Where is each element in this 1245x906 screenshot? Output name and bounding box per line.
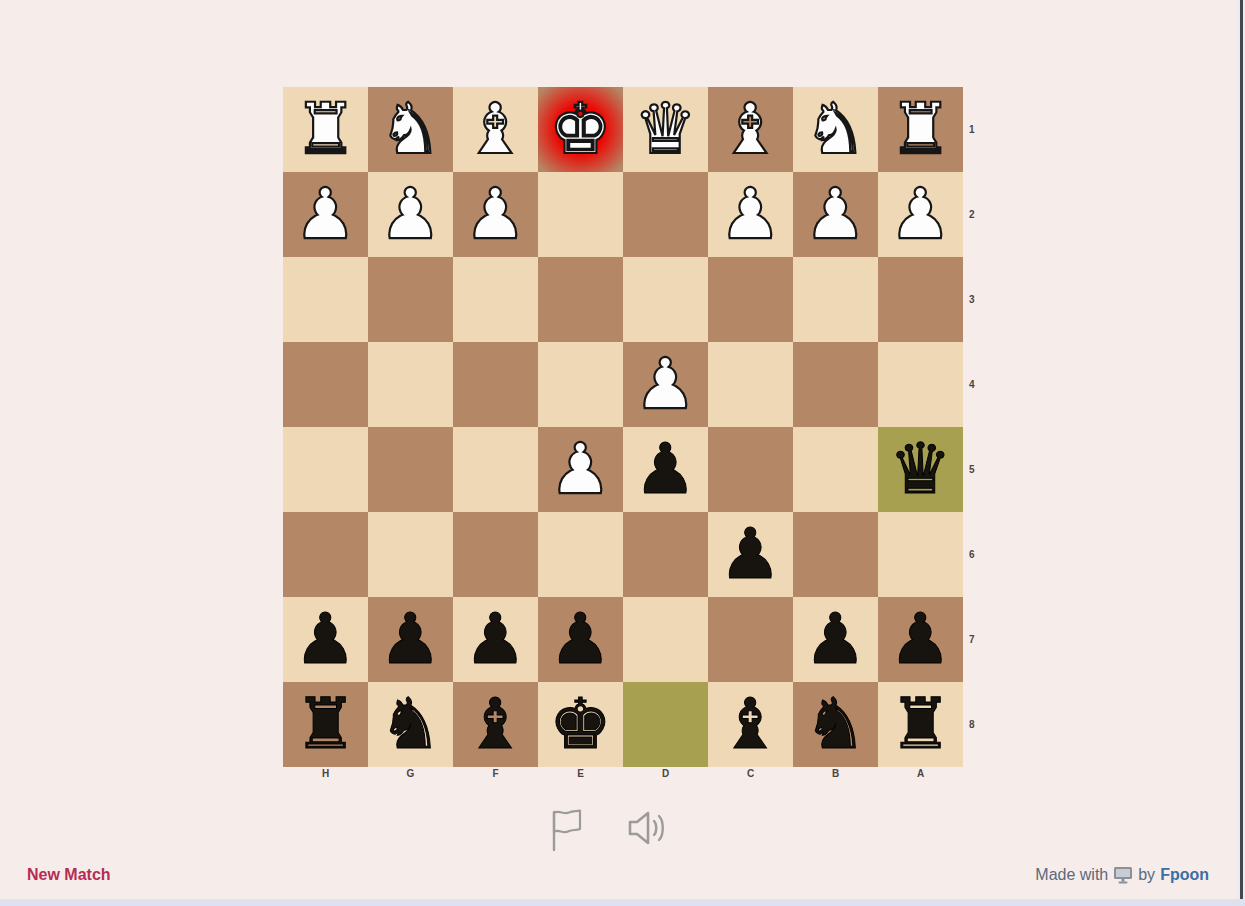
square-c5[interactable] — [708, 427, 793, 512]
square-d3[interactable] — [623, 257, 708, 342]
square-h3[interactable] — [283, 257, 368, 342]
chess-board[interactable]: ♜♞♝♚♛♝♞♜♟♟♟♟♟♟♟♟♟♛♟♟♟♟♟♟♟♜♞♝♚♝♞♜ — [283, 87, 963, 767]
rank-label-4: 4 — [967, 342, 985, 427]
square-h1[interactable]: ♜ — [283, 87, 368, 172]
square-b6[interactable] — [793, 512, 878, 597]
credit-line: Made with by Fpoon — [1035, 866, 1209, 884]
vertical-scrollbar-thumb[interactable] — [1240, 0, 1243, 899]
chess-board-area: ♜♞♝♚♛♝♞♜♟♟♟♟♟♟♟♟♟♛♟♟♟♟♟♟♟♜♞♝♚♝♞♜ 1234567… — [283, 87, 963, 767]
speaker-icon — [624, 806, 672, 850]
black-knight[interactable]: ♞ — [804, 682, 867, 767]
white-queen[interactable]: ♛ — [634, 87, 697, 172]
square-b7[interactable]: ♟ — [793, 597, 878, 682]
square-h8[interactable]: ♜ — [283, 682, 368, 767]
square-f1[interactable]: ♝ — [453, 87, 538, 172]
square-e3[interactable] — [538, 257, 623, 342]
square-h5[interactable] — [283, 427, 368, 512]
square-g1[interactable]: ♞ — [368, 87, 453, 172]
rank-label-7: 7 — [967, 597, 985, 682]
square-f2[interactable]: ♟ — [453, 172, 538, 257]
square-h2[interactable]: ♟ — [283, 172, 368, 257]
black-pawn[interactable]: ♟ — [379, 597, 442, 682]
square-b3[interactable] — [793, 257, 878, 342]
black-pawn[interactable]: ♟ — [889, 597, 952, 682]
file-label-h: H — [283, 768, 368, 784]
square-e8[interactable]: ♚ — [538, 682, 623, 767]
file-label-g: G — [368, 768, 453, 784]
black-pawn[interactable]: ♟ — [804, 597, 867, 682]
square-c3[interactable] — [708, 257, 793, 342]
square-b8[interactable]: ♞ — [793, 682, 878, 767]
white-pawn[interactable]: ♟ — [804, 172, 867, 257]
credit-prefix: Made with — [1035, 866, 1108, 884]
square-a7[interactable]: ♟ — [878, 597, 963, 682]
flag-icon — [544, 804, 588, 852]
square-e5[interactable]: ♟ — [538, 427, 623, 512]
square-f4[interactable] — [453, 342, 538, 427]
black-pawn[interactable]: ♟ — [634, 427, 697, 512]
white-rook[interactable]: ♜ — [889, 87, 952, 172]
white-pawn[interactable]: ♟ — [719, 172, 782, 257]
game-controls — [540, 800, 710, 855]
square-a3[interactable] — [878, 257, 963, 342]
vertical-scrollbar[interactable] — [1237, 0, 1245, 899]
rank-label-8: 8 — [967, 682, 985, 767]
rank-label-2: 2 — [967, 172, 985, 257]
rank-labels: 12345678 — [967, 87, 983, 767]
sound-toggle-button[interactable] — [622, 802, 674, 854]
rank-label-3: 3 — [967, 257, 985, 342]
white-rook[interactable]: ♜ — [294, 87, 357, 172]
file-label-c: C — [708, 768, 793, 784]
black-bishop[interactable]: ♝ — [719, 682, 782, 767]
square-c4[interactable] — [708, 342, 793, 427]
white-knight[interactable]: ♞ — [379, 87, 442, 172]
square-d5[interactable]: ♟ — [623, 427, 708, 512]
square-e6[interactable] — [538, 512, 623, 597]
square-h4[interactable] — [283, 342, 368, 427]
square-f3[interactable] — [453, 257, 538, 342]
square-e1[interactable]: ♚ — [538, 87, 623, 172]
file-label-e: E — [538, 768, 623, 784]
square-d1[interactable]: ♛ — [623, 87, 708, 172]
file-label-a: A — [878, 768, 963, 784]
square-b2[interactable]: ♟ — [793, 172, 878, 257]
square-g8[interactable]: ♞ — [368, 682, 453, 767]
square-b1[interactable]: ♞ — [793, 87, 878, 172]
file-label-b: B — [793, 768, 878, 784]
white-pawn[interactable]: ♟ — [294, 172, 357, 257]
black-pawn[interactable]: ♟ — [464, 597, 527, 682]
rank-label-1: 1 — [967, 87, 985, 172]
square-f8[interactable]: ♝ — [453, 682, 538, 767]
square-e7[interactable]: ♟ — [538, 597, 623, 682]
black-pawn[interactable]: ♟ — [294, 597, 357, 682]
square-h6[interactable] — [283, 512, 368, 597]
square-e2[interactable] — [538, 172, 623, 257]
black-rook[interactable]: ♜ — [889, 682, 952, 767]
white-king[interactable]: ♚ — [549, 87, 612, 172]
resign-flag-button[interactable] — [540, 802, 592, 854]
square-a4[interactable] — [878, 342, 963, 427]
rank-label-6: 6 — [967, 512, 985, 597]
black-king[interactable]: ♚ — [549, 682, 612, 767]
square-c8[interactable]: ♝ — [708, 682, 793, 767]
square-d6[interactable] — [623, 512, 708, 597]
white-bishop[interactable]: ♝ — [719, 87, 782, 172]
square-d2[interactable] — [623, 172, 708, 257]
new-match-link[interactable]: New Match — [27, 866, 111, 884]
square-g2[interactable]: ♟ — [368, 172, 453, 257]
square-c1[interactable]: ♝ — [708, 87, 793, 172]
white-knight[interactable]: ♞ — [804, 87, 867, 172]
square-e4[interactable] — [538, 342, 623, 427]
black-pawn[interactable]: ♟ — [549, 597, 612, 682]
square-g3[interactable] — [368, 257, 453, 342]
square-f5[interactable] — [453, 427, 538, 512]
square-b4[interactable] — [793, 342, 878, 427]
black-pawn[interactable]: ♟ — [719, 512, 782, 597]
square-d8[interactable] — [623, 682, 708, 767]
square-d4[interactable]: ♟ — [623, 342, 708, 427]
square-a6[interactable] — [878, 512, 963, 597]
square-a2[interactable]: ♟ — [878, 172, 963, 257]
square-b5[interactable] — [793, 427, 878, 512]
square-g5[interactable] — [368, 427, 453, 512]
square-f6[interactable] — [453, 512, 538, 597]
black-bishop[interactable]: ♝ — [464, 682, 527, 767]
black-queen[interactable]: ♛ — [889, 427, 952, 512]
square-c6[interactable]: ♟ — [708, 512, 793, 597]
horizontal-scrollbar[interactable] — [0, 899, 1245, 906]
square-g6[interactable] — [368, 512, 453, 597]
credit-connector: by — [1138, 866, 1155, 884]
file-labels: HGFEDCBA — [283, 768, 963, 784]
square-g4[interactable] — [368, 342, 453, 427]
white-pawn[interactable]: ♟ — [379, 172, 442, 257]
file-label-f: F — [453, 768, 538, 784]
white-pawn[interactable]: ♟ — [464, 172, 527, 257]
square-d7[interactable] — [623, 597, 708, 682]
rank-label-5: 5 — [967, 427, 985, 512]
white-bishop[interactable]: ♝ — [464, 87, 527, 172]
square-a8[interactable]: ♜ — [878, 682, 963, 767]
file-label-d: D — [623, 768, 708, 784]
square-h7[interactable]: ♟ — [283, 597, 368, 682]
white-pawn[interactable]: ♟ — [634, 342, 697, 427]
white-pawn[interactable]: ♟ — [889, 172, 952, 257]
credit-author-link[interactable]: Fpoon — [1160, 866, 1209, 884]
square-c2[interactable]: ♟ — [708, 172, 793, 257]
square-c7[interactable] — [708, 597, 793, 682]
black-rook[interactable]: ♜ — [294, 682, 357, 767]
square-a5[interactable]: ♛ — [878, 427, 963, 512]
white-pawn[interactable]: ♟ — [549, 427, 612, 512]
desktop-computer-icon — [1113, 866, 1133, 884]
black-knight[interactable]: ♞ — [379, 682, 442, 767]
square-g7[interactable]: ♟ — [368, 597, 453, 682]
square-f7[interactable]: ♟ — [453, 597, 538, 682]
square-a1[interactable]: ♜ — [878, 87, 963, 172]
